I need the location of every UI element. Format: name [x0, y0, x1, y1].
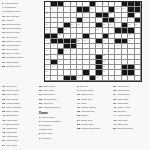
clue-text: Compass point: [43, 106, 60, 109]
clue-text: Not old: [80, 85, 88, 88]
clue-item: 16. Drying cloth: [2, 31, 42, 34]
clue-text: High card: [6, 119, 17, 122]
cell-number: 20: [45, 23, 47, 25]
clue-text: Salty water: [43, 85, 55, 88]
clue-text: Tiny insect: [6, 48, 18, 51]
clue-text: Go by plane: [6, 52, 19, 55]
clue-text: Fruit drink: [6, 135, 17, 138]
clue-text: Ocean motion: [117, 127, 133, 130]
clue-text: Not wet: [117, 110, 125, 113]
clue-item: 53. Ocean motion: [113, 127, 148, 130]
cell-number: 21: [71, 23, 73, 25]
clue-item: 55. Salty water: [39, 85, 74, 88]
cell-number: 13: [45, 12, 47, 14]
clue-item: 2. Poet's dusk: [2, 2, 42, 5]
clue-text: Bread grain: [6, 123, 19, 126]
cell-number: 45: [45, 49, 47, 51]
cell-number: 9: [58, 7, 59, 9]
cell-number: 42: [96, 44, 98, 46]
cell-number: 54: [52, 65, 54, 67]
cell-number: 41: [77, 44, 79, 46]
clue-text: Glowing coal: [6, 65, 20, 68]
cell-number: 44: [122, 44, 124, 46]
clue-text: Sunrise direction: [81, 127, 100, 130]
cell-number: 39: [45, 44, 47, 46]
clue-item: 20. Lion's home: [2, 44, 42, 47]
clue-item: 15. Cain's brother: [2, 27, 42, 30]
clue-text: Scoundrel: [5, 6, 16, 9]
clue-item: 9. Grass drops: [77, 89, 110, 92]
clue-text: Unhappy: [42, 124, 52, 127]
clue-text: Barn bird: [42, 128, 52, 131]
clue-item: 29. Hot spring: [113, 85, 148, 88]
clue-text: Night bird: [6, 127, 17, 130]
clue-text: Light beam: [117, 89, 129, 92]
cell-number: 40: [52, 44, 54, 46]
clue-text: Ore deposit: [6, 15, 19, 18]
cell-number: 43: [116, 44, 118, 46]
clue-text: Sharp taste: [6, 61, 19, 64]
clue-item: 11. Pigpen: [2, 19, 42, 22]
cell-number: 47: [71, 49, 73, 51]
clue-item: 18. Spoken aloud: [2, 40, 42, 43]
clue-item: 30. Small rug: [2, 85, 36, 88]
clue-item: 60. Compass point: [39, 106, 74, 109]
clue-text: Hot spring: [117, 85, 128, 88]
cell-number: 30: [58, 33, 60, 35]
cell-number: 37: [103, 39, 105, 41]
clue-item: 23. Enemy: [77, 114, 110, 117]
cell-number: 58: [45, 76, 47, 78]
clue-item: 36. Flower stalk: [2, 102, 36, 105]
cell-number: 8: [52, 7, 53, 9]
clue-text: Grape plant: [117, 106, 130, 109]
clue-text: Sandwich shop: [6, 56, 23, 59]
cell-number: 52: [103, 60, 105, 62]
clue-text: Story: [81, 102, 87, 105]
clue-text: Small bite: [81, 98, 92, 101]
clue-text: Golf peg: [43, 102, 52, 105]
cell-number: 11: [116, 7, 118, 9]
cell-number: 50: [103, 54, 105, 56]
clue-text: Single item: [81, 123, 93, 126]
clue-item: 10. Ship's pole: [77, 93, 110, 96]
clue-item: 23. Go by plane: [2, 52, 42, 55]
clue-item: 43. High card: [2, 119, 36, 122]
clue-item: 57. Opera solo: [39, 93, 74, 96]
grid-cell[interactable]: [135, 76, 141, 81]
cell-number: 59: [77, 76, 79, 78]
clue-text: Not as much: [6, 23, 20, 26]
clue-item: 42. Not wet: [113, 110, 148, 113]
cell-number: 57: [103, 70, 105, 72]
cell-number: 2: [64, 2, 65, 4]
cell-number: 17: [84, 18, 86, 20]
cell-number: 55: [103, 65, 105, 67]
clue-text: Snake sound: [81, 106, 96, 109]
clue-item: 27. Sharp taste: [2, 61, 42, 64]
clue-item: 13. Not as much: [2, 23, 42, 26]
clue-item: 40. Soft metal: [2, 114, 36, 117]
clue-item: 59. Golf peg: [39, 102, 74, 105]
clue-text: Ship's pole: [81, 93, 93, 96]
cell-number: 31: [90, 33, 92, 35]
clue-item: 49. Fruit drink: [2, 135, 36, 138]
clue-text: Large deer: [6, 139, 18, 142]
clue-item: 46. Night bird: [2, 127, 36, 130]
clue-item: 44. Hen product: [113, 114, 148, 117]
clue-text: Drying cloth: [6, 31, 19, 34]
clue-item: 10. Ore deposit: [2, 15, 42, 18]
cell-number: 36: [84, 39, 86, 41]
clue-item: 44. Bread grain: [2, 123, 36, 126]
clue-item: 14. Story: [77, 102, 110, 105]
cell-number: 34: [45, 39, 47, 41]
cell-number: 10: [90, 7, 92, 9]
clue-text: Frozen rain: [42, 116, 55, 119]
clue-item: 36. Price label: [113, 98, 148, 101]
cell-number: 14: [84, 12, 86, 14]
clue-text: Tea vessel: [6, 93, 18, 96]
cell-number: 48: [45, 54, 47, 56]
clue-text: Small rug: [6, 85, 17, 88]
cell-number: 4: [96, 2, 97, 4]
clue-item: 48. Use oars: [2, 131, 36, 134]
clue-item: 7. Stadium cheer: [2, 10, 42, 13]
cell-number: 46: [64, 49, 66, 51]
clue-item: 3. Unhappy: [39, 124, 74, 127]
clue-text: Not closed: [6, 98, 18, 101]
clue-text: Gets older: [6, 36, 18, 39]
clue-item: 22. Cooking fat: [77, 110, 110, 113]
clue-text: Price label: [117, 98, 129, 101]
clue-text: Opera solo: [43, 93, 55, 96]
clue-item: 41. Grape plant: [113, 106, 148, 109]
clue-text: Finished: [42, 137, 51, 140]
cell-number: 23: [103, 23, 105, 25]
cell-number: 33: [128, 33, 130, 35]
clue-item: 35. Not closed: [2, 98, 36, 101]
clue-item: 6. Finished: [39, 137, 74, 140]
cell-number: 27: [45, 28, 47, 30]
clue-item: 37. River crosser: [2, 106, 36, 109]
clue-item: 1. Frozen rain: [39, 116, 74, 119]
clue-text: Morning moisture: [42, 120, 61, 123]
clue-text: Stadium cheer: [5, 10, 21, 13]
clue-text: Lion's home: [6, 44, 19, 47]
cell-number: 24: [109, 23, 111, 25]
cell-number: 25: [128, 23, 130, 25]
clue-text: Corn unit: [117, 119, 127, 122]
clue-item: 19. Snake sound: [77, 106, 110, 109]
clue-text: Pigpen: [6, 19, 14, 22]
clue-text: Clay brick: [42, 132, 53, 135]
clue-item: 45. Corn unit: [113, 119, 148, 122]
cell-number: 38: [128, 39, 130, 41]
clue-item: 5. Clay brick: [39, 132, 74, 135]
clue-text: Black bird: [81, 119, 92, 122]
cell-number: 35: [77, 39, 79, 41]
clue-text: Winter flake: [6, 89, 19, 92]
clue-text: Flower stalk: [6, 102, 19, 105]
crossword-page: 2. Poet's dusk4. Scoundrel7. Stadium che…: [0, 0, 150, 150]
cell-number: 15: [109, 12, 111, 14]
cell-number: 16: [45, 18, 47, 20]
clue-item: 33. Light beam: [113, 89, 148, 92]
clue-item: 12. Small bite: [77, 98, 110, 101]
cell-number: 18: [116, 18, 118, 20]
clue-item: 26. Single item: [77, 123, 110, 126]
clue-item: 25. Sandwich shop: [2, 56, 42, 59]
clue-item: 34. Young dog: [113, 93, 148, 96]
clue-text: Young dog: [117, 93, 129, 96]
clue-item: 8. Not old: [77, 85, 110, 88]
clue-text: Grass drops: [80, 89, 94, 92]
clue-item: 56. Tree fluid: [39, 89, 74, 92]
clues-column-1: 30. Small rug31. Winter flake32. Tea ves…: [2, 85, 36, 148]
clue-item: 38. Sticky stuff: [2, 110, 36, 113]
cell-number: 28: [64, 28, 66, 30]
cell-number: 6: [116, 2, 117, 4]
cell-number: 12: [122, 7, 124, 9]
clue-item: 58. Mend socks: [39, 98, 74, 101]
clues-column-3: 8. Not old9. Grass drops10. Ship's pole1…: [77, 85, 110, 148]
clue-item: 4. Scoundrel: [2, 6, 42, 9]
clue-text: Stitch line: [117, 123, 128, 126]
clue-item: 2. Morning moisture: [39, 120, 74, 123]
clue-text: Cain's brother: [6, 27, 22, 30]
cell-number: 1: [45, 2, 46, 4]
across-clues-column: 2. Poet's dusk4. Scoundrel7. Stadium che…: [2, 2, 42, 83]
cell-number: 49: [58, 54, 60, 56]
clue-text: Wee drop: [6, 144, 17, 147]
clue-item: 47. Stitch line: [113, 123, 148, 126]
clue-text: Poet's dusk: [5, 2, 18, 5]
clue-text: River crosser: [6, 106, 21, 109]
cell-number: 3: [71, 2, 72, 4]
clue-item: 39. Fish eggs: [113, 102, 148, 105]
clue-text: Sticky stuff: [6, 110, 18, 113]
clue-text: Tree fluid: [43, 89, 53, 92]
clue-item: 51. Wee drop: [2, 144, 36, 147]
cell-number: 29: [96, 28, 98, 30]
clue-text: Spoken aloud: [6, 40, 21, 43]
clue-text: Use oars: [6, 131, 16, 134]
cell-number: 56: [45, 70, 47, 72]
cell-number: 7: [45, 7, 46, 9]
cell-number: 26: [135, 23, 137, 25]
clue-item: 32. Tea vessel: [2, 93, 36, 96]
cell-number: 51: [58, 60, 60, 62]
clue-text: Fish eggs: [117, 102, 128, 105]
clue-text: Cooking fat: [81, 110, 94, 113]
clue-item: 4. Barn bird: [39, 128, 74, 131]
clue-item: 28. Sunrise direction: [77, 127, 110, 130]
clues-column-2: 55. Salty water56. Tree fluid57. Opera s…: [39, 85, 74, 148]
clue-item: 31. Winter flake: [2, 89, 36, 92]
clue-item: 17. Gets older: [2, 36, 42, 39]
clue-item: 50. Large deer: [2, 139, 36, 142]
clue-text: Enemy: [81, 114, 89, 117]
cell-number: 32: [109, 33, 111, 35]
clue-item: 24. Black bird: [77, 119, 110, 122]
clue-text: Hen product: [117, 114, 131, 117]
clue-item: 28. Glowing coal: [2, 65, 42, 68]
cell-number: 60: [96, 76, 98, 78]
cell-number: 5: [103, 2, 104, 4]
down-section-header: Down: [39, 111, 74, 115]
crossword-grid: 1234567891011121314151617181920212223242…: [44, 1, 142, 82]
clue-text: Mend socks: [43, 98, 56, 101]
cell-number: 19: [128, 18, 130, 20]
cell-number: 53: [45, 65, 47, 67]
clue-text: Soft metal: [6, 114, 17, 117]
cell-number: 22: [77, 23, 79, 25]
clue-item: 21. Tiny insect: [2, 48, 42, 51]
clues-column-4: 29. Hot spring33. Light beam34. Young do…: [113, 85, 148, 148]
